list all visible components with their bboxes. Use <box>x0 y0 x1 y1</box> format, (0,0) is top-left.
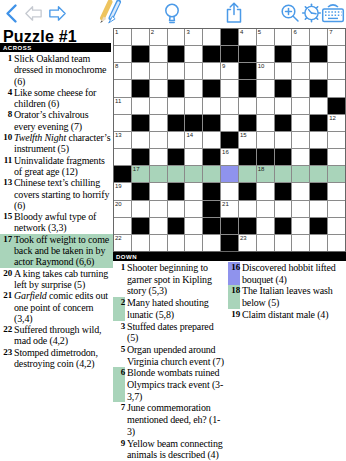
cell-r6c13[interactable]: 12 <box>328 115 345 131</box>
cell-r12c3[interactable] <box>150 218 167 234</box>
cell-r12c9[interactable] <box>257 218 274 234</box>
cell-r12c7 <box>221 218 238 234</box>
clue-text: Orator’s chivalrous every evening (7) <box>14 109 113 132</box>
clue-text: Yellow beam connecting animals is descri… <box>127 438 228 461</box>
cell-r6c11[interactable] <box>292 115 309 131</box>
back-button[interactable] <box>4 3 19 24</box>
clue-down-9[interactable]: 9Yellow beam connecting animals is descr… <box>113 438 228 461</box>
cell-r2c10 <box>275 46 292 62</box>
cell-r9c8[interactable] <box>239 166 256 182</box>
cell-r11c1[interactable]: 20 <box>114 201 131 217</box>
cell-r6c2 <box>132 115 149 131</box>
cell-number: 2 <box>151 29 154 35</box>
cell-number: 5 <box>258 29 261 35</box>
chevron-left-icon <box>4 3 19 24</box>
cell-r4c3[interactable] <box>150 80 167 96</box>
clue-number: 22 <box>0 324 12 347</box>
previous-entry-button[interactable] <box>23 3 44 24</box>
cell-r12c11[interactable] <box>292 218 309 234</box>
cell-number: 17 <box>133 166 140 172</box>
cell-number: 7 <box>329 29 332 35</box>
cell-r10c6 <box>203 183 220 199</box>
cell-r8c13[interactable] <box>328 149 345 165</box>
cell-r10c12 <box>310 183 327 199</box>
clue-down-1[interactable]: 1Shooter beginning to garner spot in Kip… <box>113 262 228 297</box>
clue-across-22[interactable]: 22Suffered through wild, mad ode (4,2) <box>0 324 113 347</box>
cell-r1c8[interactable]: 4 <box>239 29 256 45</box>
cell-r6c5 <box>185 115 202 131</box>
cell-r1c9[interactable]: 5 <box>257 29 274 45</box>
cell-r10c4 <box>168 183 185 199</box>
cell-r1c11[interactable]: 6 <box>292 29 309 45</box>
clue-number: 11 <box>0 155 12 178</box>
clue-text: Like some cheese for children (6) <box>14 87 113 110</box>
clue-down-18[interactable]: 18The Italian leaves wash below (5) <box>228 285 346 308</box>
clue-number: 7 <box>113 402 125 437</box>
cell-r8c2 <box>132 149 149 165</box>
cell-r3c8 <box>239 63 256 79</box>
cell-number: 3 <box>186 29 189 35</box>
cell-r2c4 <box>168 46 185 62</box>
cell-r8c8 <box>239 149 256 165</box>
cell-r5c4[interactable] <box>168 98 185 114</box>
cell-r13c10[interactable] <box>275 235 292 251</box>
cell-r3c5[interactable] <box>185 63 202 79</box>
cell-r8c12 <box>310 149 327 165</box>
cell-r10c1[interactable]: 19 <box>114 183 131 199</box>
cell-r8c11[interactable] <box>292 149 309 165</box>
cell-r12c10 <box>275 218 292 234</box>
cell-r7c6[interactable] <box>203 132 220 148</box>
clue-across-17[interactable]: 17Took off weight to come back and be ta… <box>0 234 113 268</box>
cell-r13c12[interactable] <box>310 235 327 251</box>
cell-r10c13[interactable] <box>328 183 345 199</box>
clue-text: Slick Oakland team dressed in monochrome… <box>14 53 113 87</box>
clue-across-10[interactable]: 10Twelfth Night character’s instrument (… <box>0 132 113 155</box>
cell-r8c4 <box>168 149 185 165</box>
cell-number: 11 <box>115 98 121 104</box>
clue-text: June commemoration mentioned deed, eh? (… <box>127 402 228 437</box>
clue-number: 21 <box>0 290 12 324</box>
cell-r6c1[interactable] <box>114 115 131 131</box>
clue-across-20[interactable]: 20A king takes cab turning left by surpr… <box>0 268 113 291</box>
cell-r4c13[interactable] <box>328 80 345 96</box>
cell-r6c3[interactable] <box>150 115 167 131</box>
cell-r11c9[interactable] <box>257 201 274 217</box>
cell-r13c5[interactable] <box>185 235 202 251</box>
cell-r3c9[interactable]: 10 <box>257 63 274 79</box>
cell-r1c7 <box>221 29 238 45</box>
cell-r3c7[interactable]: 9 <box>221 63 238 79</box>
cell-r11c5[interactable] <box>185 201 202 217</box>
clue-number: 5 <box>113 344 125 367</box>
cell-r13c1[interactable]: 22 <box>114 235 131 251</box>
cell-r10c7[interactable] <box>221 183 238 199</box>
cell-number: 22 <box>115 235 122 241</box>
cell-r9c11[interactable] <box>292 166 309 182</box>
cell-r2c6 <box>203 46 220 62</box>
pencil-icon <box>96 0 125 26</box>
cell-r5c7[interactable] <box>221 98 238 114</box>
hint-button[interactable] <box>162 2 182 25</box>
cell-r12c8 <box>239 218 256 234</box>
clue-text: Blonde wombats ruined Olympics track eve… <box>127 367 228 402</box>
clue-number: 18 <box>228 285 240 308</box>
clue-number: 2 <box>113 297 125 320</box>
cell-r3c6[interactable] <box>203 63 220 79</box>
cell-r5c6[interactable] <box>203 98 220 114</box>
clue-across-15[interactable]: 15Bloody awful type of network (3,3) <box>0 211 113 234</box>
cell-r5c3[interactable] <box>150 98 167 114</box>
cell-r2c11[interactable] <box>292 46 309 62</box>
cell-r4c1[interactable] <box>114 80 131 96</box>
cell-r11c13[interactable] <box>328 201 345 217</box>
cell-r8c7[interactable]: 16 <box>221 149 238 165</box>
cell-r4c12 <box>310 80 327 96</box>
cell-r6c9[interactable] <box>257 115 274 131</box>
clue-number: 10 <box>0 132 12 155</box>
cell-r12c13[interactable] <box>328 218 345 234</box>
down-list-col2: 16Discovered hobbit lifted bouquet (4)18… <box>228 262 346 321</box>
clue-text: Suffered through wild, mad ode (4,2) <box>14 324 113 347</box>
cell-r7c1[interactable]: 13 <box>114 132 131 148</box>
clue-across-21[interactable]: 21Garfield comic edits out one point of … <box>0 290 113 324</box>
pencil-button[interactable] <box>96 0 125 26</box>
clue-down-19[interactable]: 19Claim distant male (4) <box>228 309 346 321</box>
cell-r5c9[interactable] <box>257 98 274 114</box>
cell-r5c13 <box>328 98 345 114</box>
cell-r9c10[interactable] <box>275 166 292 182</box>
cell-r13c2[interactable] <box>132 235 149 251</box>
cell-r11c7[interactable]: 21 <box>221 201 238 217</box>
cell-r5c2[interactable] <box>132 98 149 114</box>
cell-r1c13[interactable]: 7 <box>328 29 345 45</box>
cell-r9c9[interactable]: 18 <box>257 166 274 182</box>
cell-r6c12 <box>310 115 327 131</box>
cell-r1c10[interactable] <box>275 29 292 45</box>
cell-r9c13[interactable] <box>328 166 345 182</box>
clue-number: 19 <box>228 309 240 321</box>
cell-r9c7[interactable] <box>221 166 238 182</box>
cell-r10c2 <box>132 183 149 199</box>
cell-r13c7 <box>221 235 238 251</box>
cell-r9c12[interactable] <box>310 166 327 182</box>
cell-r13c13[interactable] <box>328 235 345 251</box>
cell-r1c12[interactable] <box>310 29 327 45</box>
clue-number: 1 <box>113 262 125 297</box>
cell-r11c8[interactable] <box>239 201 256 217</box>
cell-r9c6[interactable] <box>203 166 220 182</box>
cell-r1c4[interactable] <box>168 29 185 45</box>
cell-number: 9 <box>222 63 225 69</box>
clue-number: 20 <box>0 268 12 291</box>
gear-clock-icon <box>301 2 322 24</box>
cell-r3c13[interactable] <box>328 63 345 79</box>
cell-number: 19 <box>115 183 122 189</box>
clue-text: Claim distant male (4) <box>242 309 346 321</box>
clue-text: Garfield comic edits out one point of co… <box>14 290 113 324</box>
cell-r10c10 <box>275 183 292 199</box>
cell-r8c9 <box>257 149 274 165</box>
lightbulb-icon <box>162 2 182 25</box>
cell-r7c4[interactable] <box>168 132 185 148</box>
clue-text: Organ upended around Virginia church eve… <box>127 344 228 367</box>
cell-r1c3[interactable]: 2 <box>150 29 167 45</box>
cell-r9c5[interactable] <box>185 166 202 182</box>
cell-number: 20 <box>115 201 122 207</box>
cell-r2c2 <box>132 46 149 62</box>
cell-r2c12 <box>310 46 327 62</box>
cell-r11c4[interactable] <box>168 201 185 217</box>
clue-text: Many hated shouting lunatic (5,8) <box>127 297 228 320</box>
cell-r10c8 <box>239 183 256 199</box>
cell-r5c8[interactable] <box>239 98 256 114</box>
cell-r6c4 <box>168 115 185 131</box>
cell-r3c11[interactable] <box>292 63 309 79</box>
cell-number: 16 <box>222 149 229 155</box>
cell-r3c3[interactable] <box>150 63 167 79</box>
cell-r13c6[interactable] <box>203 235 220 251</box>
clue-text: Twelfth Night character’s instrument (5) <box>14 132 113 155</box>
cell-r3c4[interactable] <box>168 63 185 79</box>
cell-r7c12[interactable] <box>310 132 327 148</box>
cell-number: 6 <box>293 29 296 35</box>
clue-text: Stomped dimetrodon, destroying coin (4,2… <box>14 347 113 370</box>
clue-across-4[interactable]: 4Like some cheese for children (6) <box>0 87 113 110</box>
cell-number: 23 <box>240 235 247 241</box>
arrow-right-icon <box>47 3 68 24</box>
toolbar <box>0 0 346 27</box>
cell-r10c5[interactable] <box>185 183 202 199</box>
cell-r6c8 <box>239 115 256 131</box>
clue-number: 23 <box>0 347 12 370</box>
cell-r7c2[interactable] <box>132 132 149 148</box>
clue-text: Discovered hobbit lifted bouquet (4) <box>242 262 346 285</box>
cell-number: 4 <box>240 29 243 35</box>
clue-text: Uninvalidate fragments of great age (12) <box>14 155 113 178</box>
cell-r11c3[interactable] <box>150 201 167 217</box>
cell-r9c1 <box>114 166 131 182</box>
cell-r5c11[interactable] <box>292 98 309 114</box>
cell-r2c5[interactable] <box>185 46 202 62</box>
cell-r12c4 <box>168 218 185 234</box>
cell-number: 8 <box>115 63 118 69</box>
cell-r12c2 <box>132 218 149 234</box>
cell-r13c8[interactable]: 23 <box>239 235 256 251</box>
cell-number: 14 <box>186 132 193 138</box>
cell-r10c11[interactable] <box>292 183 309 199</box>
clue-number: 8 <box>0 109 12 132</box>
clue-across-1[interactable]: 1Slick Oakland team dressed in monochrom… <box>0 53 113 87</box>
cell-r4c5[interactable] <box>185 80 202 96</box>
keyboard-button[interactable] <box>320 2 346 24</box>
cell-r5c10[interactable] <box>275 98 292 114</box>
cell-r3c2[interactable] <box>132 63 149 79</box>
cell-number: 12 <box>329 115 336 121</box>
cell-r4c9[interactable] <box>257 80 274 96</box>
cell-r9c4[interactable] <box>168 166 185 182</box>
cell-r4c4 <box>168 80 185 96</box>
share-button[interactable] <box>224 1 244 25</box>
cell-r2c9[interactable] <box>257 46 274 62</box>
cell-r1c5[interactable]: 3 <box>185 29 202 45</box>
cell-r12c1[interactable] <box>114 218 131 234</box>
cell-r13c11[interactable] <box>292 235 309 251</box>
clue-text: Shooter beginning to garner spot in Kipl… <box>127 262 228 297</box>
clue-down-3[interactable]: 3Stuffed dates prepared (5) <box>113 321 228 344</box>
clue-number: 3 <box>113 321 125 344</box>
cell-r9c2[interactable]: 17 <box>132 166 149 182</box>
clue-text: Chinese text’s chilling covers starting … <box>14 177 113 211</box>
down-header: DOWN <box>113 252 346 261</box>
cell-r13c3[interactable] <box>150 235 167 251</box>
cell-r2c3[interactable] <box>150 46 167 62</box>
clue-down-5[interactable]: 5Organ upended around Virginia church ev… <box>113 344 228 367</box>
clue-number: 4 <box>0 87 12 110</box>
cell-r13c4[interactable] <box>168 235 185 251</box>
cell-r7c7 <box>221 132 238 148</box>
clue-across-13[interactable]: 13Chinese text’s chilling covers startin… <box>0 177 113 211</box>
cell-r11c11[interactable] <box>292 201 309 217</box>
cell-r8c1[interactable] <box>114 149 131 165</box>
cell-r2c1[interactable] <box>114 46 131 62</box>
clue-text: A king takes cab turning left by surpris… <box>14 268 113 291</box>
clue-number: 17 <box>0 234 12 268</box>
clue-down-7[interactable]: 7June commemoration mentioned deed, eh? … <box>113 402 228 437</box>
clue-number: 13 <box>0 177 12 211</box>
cell-r4c10 <box>275 80 292 96</box>
clue-down-16[interactable]: 16Discovered hobbit lifted bouquet (4) <box>228 262 346 285</box>
cell-r8c3[interactable] <box>150 149 167 165</box>
cell-number: 13 <box>115 132 122 138</box>
clue-text: Bloody awful type of network (3,3) <box>14 211 113 234</box>
cell-r11c6 <box>203 201 220 217</box>
share-icon <box>224 1 244 25</box>
cell-r4c2 <box>132 80 149 96</box>
cell-r8c5[interactable] <box>185 149 202 165</box>
cell-r11c10[interactable] <box>275 201 292 217</box>
cell-r12c5[interactable] <box>185 218 202 234</box>
cell-r5c1[interactable]: 11 <box>114 98 131 114</box>
cell-r7c11[interactable] <box>292 132 309 148</box>
clue-number: 16 <box>228 262 240 285</box>
clue-down-2[interactable]: 2Many hated shouting lunatic (5,8) <box>113 297 228 320</box>
cell-r1c2[interactable] <box>132 29 149 45</box>
cell-r1c1[interactable]: 1 <box>114 29 131 45</box>
across-header: ACROSS <box>0 43 111 52</box>
cell-r2c7 <box>221 46 238 62</box>
clue-text: Stuffed dates prepared (5) <box>127 321 228 344</box>
cell-r3c12[interactable] <box>310 63 327 79</box>
cell-r5c5[interactable] <box>185 98 202 114</box>
cell-number: 1 <box>115 29 118 35</box>
cell-r4c6 <box>203 80 220 96</box>
crossword-grid: 1234567891011121314151617181920212223 <box>113 28 346 252</box>
clue-across-11[interactable]: 11Uninvalidate fragments of great age (1… <box>0 155 113 178</box>
cell-r8c6 <box>203 149 220 165</box>
cell-r1c6[interactable] <box>203 29 220 45</box>
clue-across-8[interactable]: 8Orator’s chivalrous every evening (7) <box>0 109 113 132</box>
cell-r7c10[interactable] <box>275 132 292 148</box>
clue-text: Took off weight to come back and be take… <box>14 234 113 268</box>
clue-across-23[interactable]: 23Stomped dimetrodon, destroying coin (4… <box>0 347 113 370</box>
settings-button[interactable] <box>301 2 322 24</box>
cell-r13c9[interactable] <box>257 235 274 251</box>
cell-r10c9[interactable] <box>257 183 274 199</box>
cell-r5c12[interactable] <box>310 98 327 114</box>
zoom-in-icon <box>279 2 301 24</box>
down-list-col1: 1Shooter beginning to garner spot in Kip… <box>113 262 228 461</box>
clue-number: 9 <box>113 438 125 461</box>
cell-r12c12 <box>310 218 327 234</box>
cell-r11c12[interactable] <box>310 201 327 217</box>
cell-number: 15 <box>240 132 247 138</box>
across-list: 1Slick Oakland team dressed in monochrom… <box>0 53 113 369</box>
clue-number: 6 <box>113 367 125 402</box>
cell-r8c10 <box>275 149 292 165</box>
cell-r4c8 <box>239 80 256 96</box>
cell-r10c3[interactable] <box>150 183 167 199</box>
cell-r3c1[interactable]: 8 <box>114 63 131 79</box>
cell-number: 10 <box>258 63 265 69</box>
cell-r9c3[interactable] <box>150 166 167 182</box>
cell-r6c7[interactable] <box>221 115 238 131</box>
cell-r6c6 <box>203 115 220 131</box>
arrow-left-icon <box>23 3 44 24</box>
cell-r7c8[interactable]: 15 <box>239 132 256 148</box>
cell-number: 18 <box>258 166 265 172</box>
cell-r2c13[interactable] <box>328 46 345 62</box>
clue-text: The Italian leaves wash below (5) <box>242 285 346 308</box>
cell-r11c2[interactable] <box>132 201 149 217</box>
cell-r7c3[interactable] <box>150 132 167 148</box>
cell-r3c10[interactable] <box>275 63 292 79</box>
cell-r7c13[interactable] <box>328 132 345 148</box>
cell-r4c7[interactable] <box>221 80 238 96</box>
cell-r4c11[interactable] <box>292 80 309 96</box>
cell-r12c6 <box>203 218 220 234</box>
next-entry-button[interactable] <box>47 3 68 24</box>
zoom-in-button[interactable] <box>279 2 301 24</box>
cell-r7c5[interactable]: 14 <box>185 132 202 148</box>
keyboard-icon <box>320 2 346 24</box>
cell-r6c10 <box>275 115 292 131</box>
cell-r7c9[interactable] <box>257 132 274 148</box>
clue-number: 1 <box>0 53 12 87</box>
cell-number: 21 <box>222 201 229 207</box>
cell-r2c8 <box>239 46 256 62</box>
clue-number: 15 <box>0 211 12 234</box>
clue-down-6[interactable]: 6Blonde wombats ruined Olympics track ev… <box>113 367 228 402</box>
